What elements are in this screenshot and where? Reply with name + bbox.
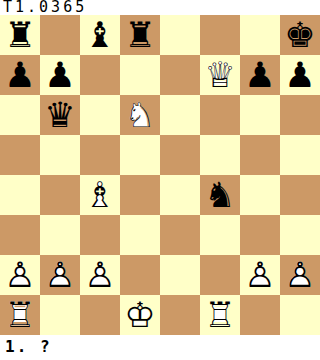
square-b3[interactable] — [40, 215, 80, 255]
chess-board: ♜♝♜♚♟♟♛♕♟♟♛♞♘♝♗♞♟♙♟♙♟♙♟♙♟♙♜♖♚♔♜♖ — [0, 15, 320, 335]
square-e7[interactable] — [160, 55, 200, 95]
square-c2[interactable]: ♟♙ — [80, 255, 120, 295]
square-c4[interactable]: ♝♗ — [80, 175, 120, 215]
move-prompt-label: 1. ? — [5, 337, 52, 357]
white-rook-piece: ♜♖ — [200, 295, 240, 335]
square-g4[interactable] — [240, 175, 280, 215]
square-b1[interactable] — [40, 295, 80, 335]
square-g6[interactable] — [240, 95, 280, 135]
square-h7[interactable]: ♟ — [280, 55, 320, 95]
square-h8[interactable]: ♚ — [280, 15, 320, 55]
square-f5[interactable] — [200, 135, 240, 175]
square-c8[interactable]: ♝ — [80, 15, 120, 55]
square-e8[interactable] — [160, 15, 200, 55]
square-f2[interactable] — [200, 255, 240, 295]
square-c7[interactable] — [80, 55, 120, 95]
square-f1[interactable]: ♜♖ — [200, 295, 240, 335]
square-e1[interactable] — [160, 295, 200, 335]
square-d1[interactable]: ♚♔ — [120, 295, 160, 335]
chess-puzzle-app: T1.0365 ♜♝♜♚♟♟♛♕♟♟♛♞♘♝♗♞♟♙♟♙♟♙♟♙♟♙♜♖♚♔♜♖… — [0, 0, 320, 360]
white-queen-piece: ♛♕ — [200, 55, 240, 95]
black-pawn-piece: ♟ — [280, 55, 320, 95]
square-a2[interactable]: ♟♙ — [0, 255, 40, 295]
square-c3[interactable] — [80, 215, 120, 255]
puzzle-id-label: T1.0365 — [3, 0, 87, 15]
square-f3[interactable] — [200, 215, 240, 255]
white-pawn-piece: ♟♙ — [0, 255, 40, 295]
square-h5[interactable] — [280, 135, 320, 175]
square-g2[interactable]: ♟♙ — [240, 255, 280, 295]
square-a6[interactable] — [0, 95, 40, 135]
square-a5[interactable] — [0, 135, 40, 175]
white-pawn-piece: ♟♙ — [280, 255, 320, 295]
black-pawn-piece: ♟ — [40, 55, 80, 95]
black-queen-piece: ♛ — [40, 95, 80, 135]
square-g5[interactable] — [240, 135, 280, 175]
white-rook-piece: ♜♖ — [0, 295, 40, 335]
square-b2[interactable]: ♟♙ — [40, 255, 80, 295]
square-h2[interactable]: ♟♙ — [280, 255, 320, 295]
square-b4[interactable] — [40, 175, 80, 215]
square-a1[interactable]: ♜♖ — [0, 295, 40, 335]
square-h1[interactable] — [280, 295, 320, 335]
square-e6[interactable] — [160, 95, 200, 135]
square-d5[interactable] — [120, 135, 160, 175]
white-king-piece: ♚♔ — [120, 295, 160, 335]
square-b7[interactable]: ♟ — [40, 55, 80, 95]
black-pawn-piece: ♟ — [240, 55, 280, 95]
square-d2[interactable] — [120, 255, 160, 295]
square-g1[interactable] — [240, 295, 280, 335]
square-f6[interactable] — [200, 95, 240, 135]
square-b8[interactable] — [40, 15, 80, 55]
square-e2[interactable] — [160, 255, 200, 295]
white-knight-piece: ♞♘ — [120, 95, 160, 135]
white-pawn-piece: ♟♙ — [240, 255, 280, 295]
square-b6[interactable]: ♛ — [40, 95, 80, 135]
black-rook-piece: ♜ — [120, 15, 160, 55]
square-c1[interactable] — [80, 295, 120, 335]
square-f4[interactable]: ♞ — [200, 175, 240, 215]
square-h3[interactable] — [280, 215, 320, 255]
square-c6[interactable] — [80, 95, 120, 135]
black-rook-piece: ♜ — [0, 15, 40, 55]
black-knight-piece: ♞ — [200, 175, 240, 215]
white-bishop-piece: ♝♗ — [80, 175, 120, 215]
square-a7[interactable]: ♟ — [0, 55, 40, 95]
square-d3[interactable] — [120, 215, 160, 255]
square-f7[interactable]: ♛♕ — [200, 55, 240, 95]
square-b5[interactable] — [40, 135, 80, 175]
square-a8[interactable]: ♜ — [0, 15, 40, 55]
square-a4[interactable] — [0, 175, 40, 215]
square-e4[interactable] — [160, 175, 200, 215]
square-d4[interactable] — [120, 175, 160, 215]
white-pawn-piece: ♟♙ — [40, 255, 80, 295]
square-c5[interactable] — [80, 135, 120, 175]
square-h4[interactable] — [280, 175, 320, 215]
black-bishop-piece: ♝ — [80, 15, 120, 55]
square-g3[interactable] — [240, 215, 280, 255]
square-h6[interactable] — [280, 95, 320, 135]
square-d8[interactable]: ♜ — [120, 15, 160, 55]
square-f8[interactable] — [200, 15, 240, 55]
square-d6[interactable]: ♞♘ — [120, 95, 160, 135]
square-g7[interactable]: ♟ — [240, 55, 280, 95]
square-e5[interactable] — [160, 135, 200, 175]
black-king-piece: ♚ — [280, 15, 320, 55]
white-pawn-piece: ♟♙ — [80, 255, 120, 295]
square-d7[interactable] — [120, 55, 160, 95]
square-g8[interactable] — [240, 15, 280, 55]
black-pawn-piece: ♟ — [0, 55, 40, 95]
square-a3[interactable] — [0, 215, 40, 255]
square-e3[interactable] — [160, 215, 200, 255]
